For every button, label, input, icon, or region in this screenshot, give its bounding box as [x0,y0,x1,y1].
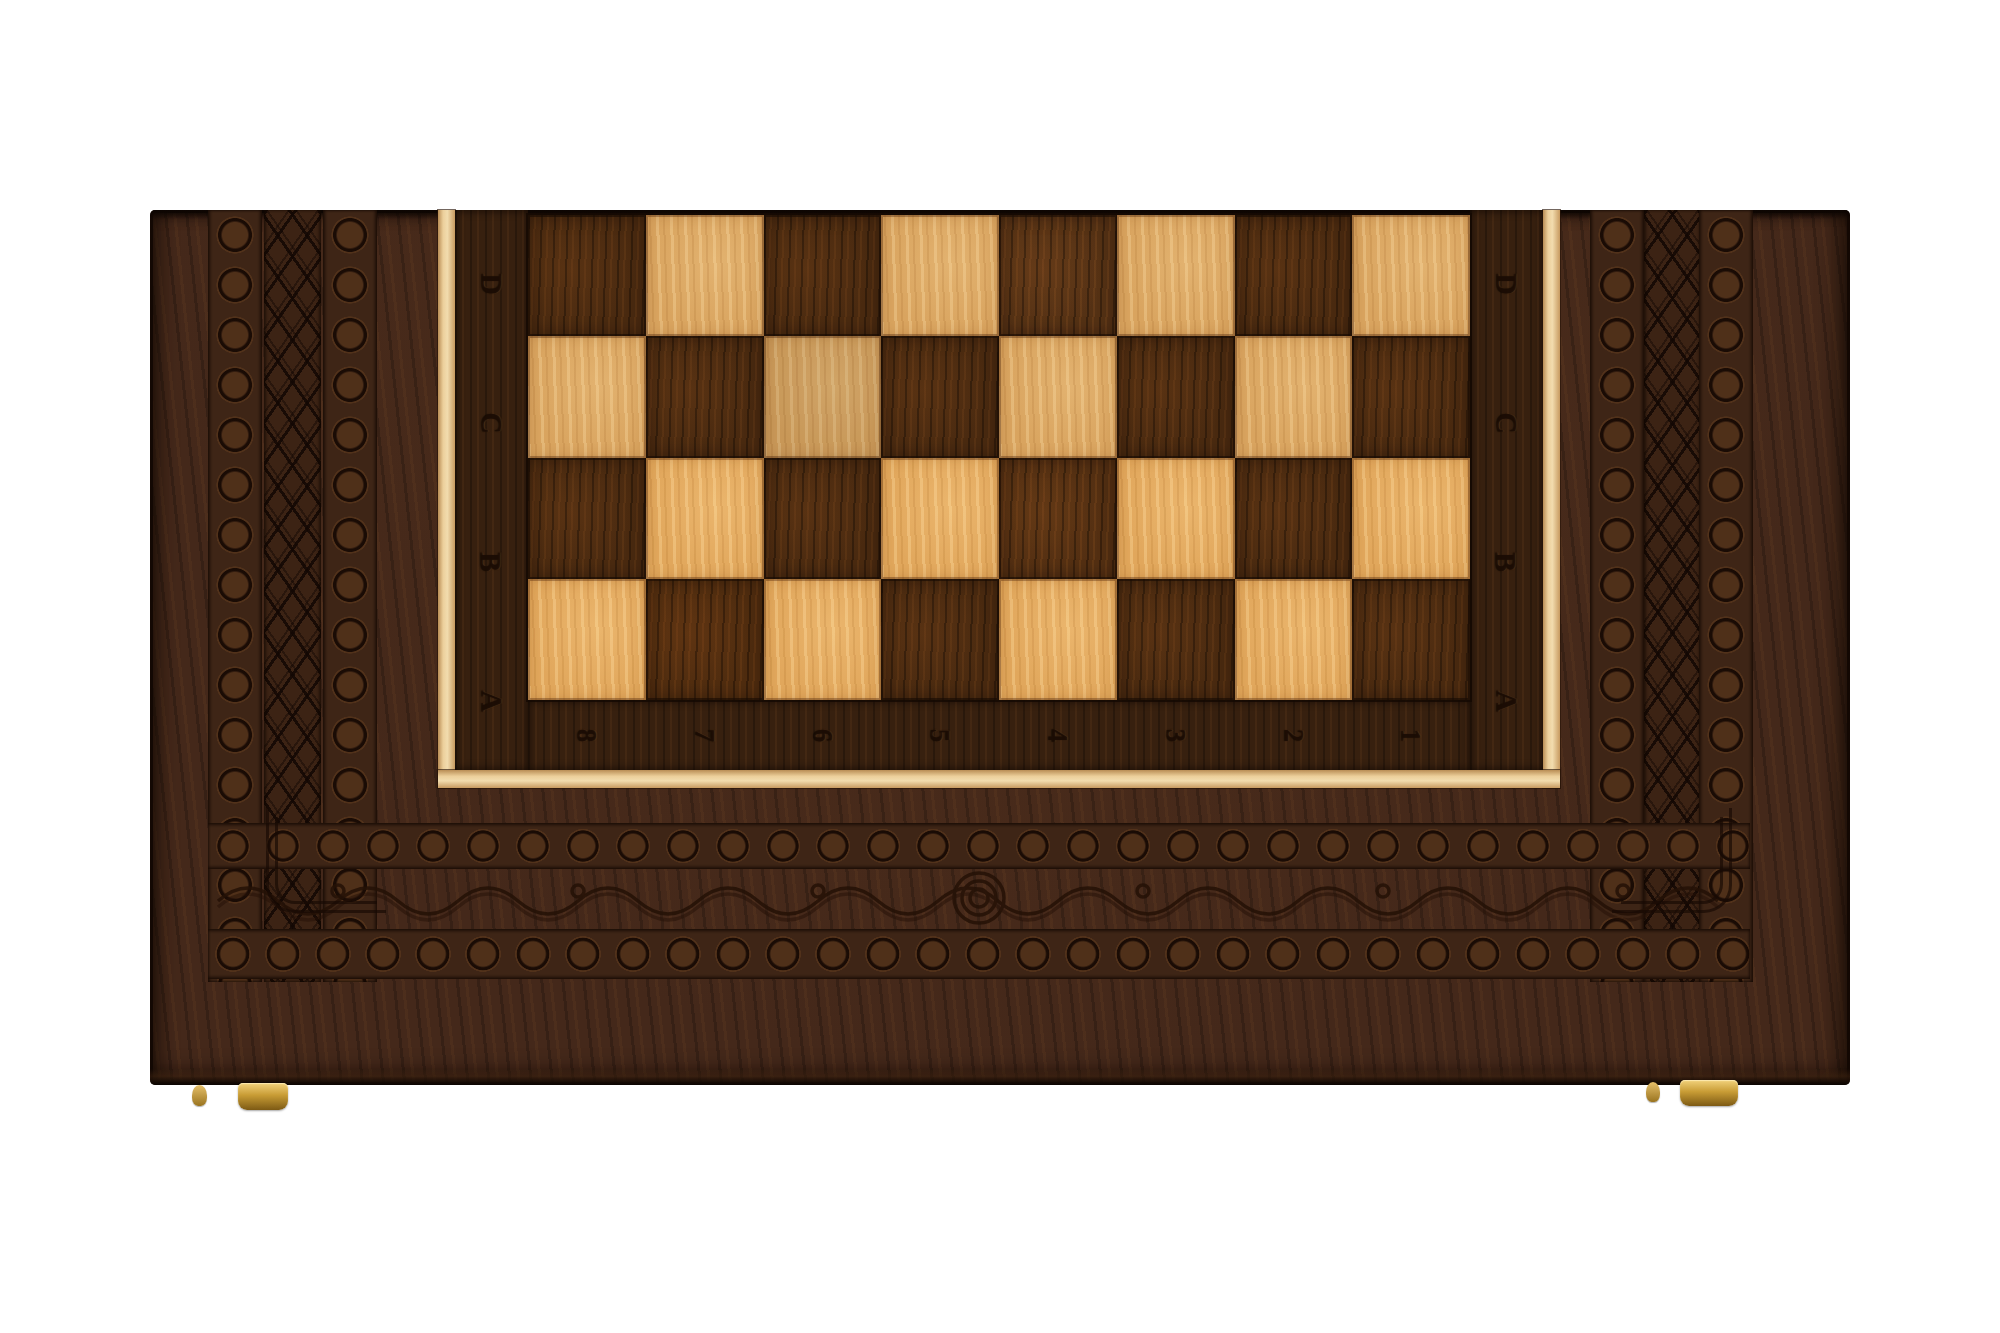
rank-label-right-cell-C: C [1470,354,1543,493]
square-B4[interactable] [999,458,1117,579]
inlay-line-right [1543,210,1560,788]
file-label-3: 3 [1160,728,1191,742]
file-label-cell-2: 2 [1235,700,1353,770]
square-D5[interactable] [881,215,999,336]
corner-knot-right [1612,808,1732,913]
file-label-6: 6 [807,728,838,742]
square-A4[interactable] [999,579,1117,700]
brass-hook-left [192,1085,207,1106]
rank-label-left-B: B [474,552,508,572]
square-A7[interactable] [646,579,764,700]
file-label-cell-8: 8 [528,700,646,770]
brass-clasp-left [238,1083,288,1110]
file-label-7: 7 [689,728,720,742]
square-B1[interactable] [1352,458,1470,579]
square-D8[interactable] [528,215,646,336]
square-B7[interactable] [646,458,764,579]
rank-label-right-cell-A: A [1470,631,1543,770]
square-A1[interactable] [1352,579,1470,700]
file-label-5: 5 [925,728,956,742]
square-A2[interactable] [1235,579,1353,700]
file-label-cell-7: 7 [646,700,764,770]
brass-clasp-right [1680,1080,1738,1106]
rank-labels-right: DCBA [1470,210,1543,770]
inlay-line-bottom [438,770,1560,788]
file-label-cell-3: 3 [1117,700,1235,770]
square-B2[interactable] [1235,458,1353,579]
rank-label-right-A: A [1489,690,1523,712]
rank-label-right-cell-D: D [1470,215,1543,354]
square-A3[interactable] [1117,579,1235,700]
rank-labels-left: DCBA [455,210,528,770]
product-photo-stage: DCBA DCBA 87654321 [0,0,2000,1333]
square-B6[interactable] [764,458,882,579]
rank-label-left-cell-D: D [455,215,528,354]
square-B5[interactable] [881,458,999,579]
rank-label-left-cell-A: A [455,631,528,770]
square-D2[interactable] [1235,215,1353,336]
square-C3[interactable] [1117,336,1235,457]
bead-band-bottom-inner [208,823,1750,869]
square-D1[interactable] [1352,215,1470,336]
rank-label-right-D: D [1489,274,1523,296]
rank-label-left-D: D [474,274,508,296]
square-D4[interactable] [999,215,1117,336]
rank-label-left-cell-C: C [455,354,528,493]
rank-label-left-C: C [474,412,508,434]
file-labels-bottom: 87654321 [528,700,1470,770]
rank-label-left-A: A [474,690,508,712]
wooden-chess-case: DCBA DCBA 87654321 [150,210,1850,1085]
square-A6[interactable] [764,579,882,700]
square-A5[interactable] [881,579,999,700]
carved-scroll-band [208,869,1750,927]
brass-hook-right [1646,1082,1660,1102]
file-label-4: 4 [1042,728,1073,742]
square-B8[interactable] [528,458,646,579]
rank-label-right-B: B [1489,552,1523,572]
file-label-2: 2 [1278,728,1309,742]
square-C4[interactable] [999,336,1117,457]
square-D6[interactable] [764,215,882,336]
file-label-cell-5: 5 [881,700,999,770]
square-B3[interactable] [1117,458,1235,579]
inlay-line-left [438,210,455,788]
file-label-cell-6: 6 [764,700,882,770]
file-label-cell-1: 1 [1352,700,1470,770]
rank-label-left-cell-B: B [455,493,528,632]
square-C6[interactable] [764,336,882,457]
file-label-1: 1 [1396,728,1427,742]
square-D7[interactable] [646,215,764,336]
corner-knot-left [266,808,386,913]
square-C8[interactable] [528,336,646,457]
rank-label-right-cell-B: B [1470,493,1543,632]
square-C2[interactable] [1235,336,1353,457]
file-label-cell-4: 4 [999,700,1117,770]
square-C7[interactable] [646,336,764,457]
square-D3[interactable] [1117,215,1235,336]
chess-board [528,215,1470,700]
rank-label-right-C: C [1489,412,1523,434]
bead-band-bottom-outer [208,929,1750,979]
square-C1[interactable] [1352,336,1470,457]
square-A8[interactable] [528,579,646,700]
file-label-8: 8 [571,728,602,742]
square-C5[interactable] [881,336,999,457]
